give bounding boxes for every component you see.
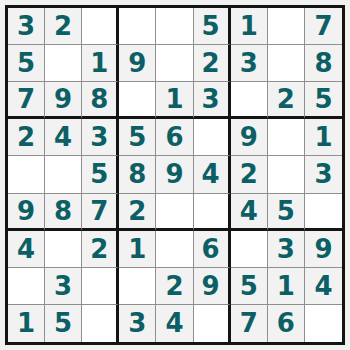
cell-r3c8[interactable]: 2 bbox=[268, 82, 305, 119]
cell-r8c3[interactable] bbox=[82, 268, 119, 305]
cell-r1c5[interactable] bbox=[156, 8, 193, 45]
cell-r4c2[interactable]: 4 bbox=[45, 119, 82, 156]
cell-r9c8[interactable]: 6 bbox=[268, 305, 305, 342]
cell-r1c3[interactable] bbox=[82, 8, 119, 45]
cell-r9c3[interactable] bbox=[82, 305, 119, 342]
cell-r1c6[interactable]: 5 bbox=[194, 8, 231, 45]
cell-r3c4[interactable] bbox=[119, 82, 156, 119]
cell-r8c6[interactable]: 9 bbox=[194, 268, 231, 305]
cell-r6c7[interactable]: 4 bbox=[231, 194, 268, 231]
cell-r7c6[interactable]: 6 bbox=[194, 231, 231, 268]
cell-r5c6[interactable]: 4 bbox=[194, 156, 231, 193]
cell-r9c2[interactable]: 5 bbox=[45, 305, 82, 342]
cell-r9c5[interactable]: 4 bbox=[156, 305, 193, 342]
cell-r2c3[interactable]: 1 bbox=[82, 45, 119, 82]
cell-r8c2[interactable]: 3 bbox=[45, 268, 82, 305]
cell-r2c2[interactable] bbox=[45, 45, 82, 82]
cell-r6c5[interactable] bbox=[156, 194, 193, 231]
cell-r5c1[interactable] bbox=[8, 156, 45, 193]
cell-r4c8[interactable] bbox=[268, 119, 305, 156]
cell-r3c7[interactable] bbox=[231, 82, 268, 119]
cell-r2c7[interactable]: 3 bbox=[231, 45, 268, 82]
cell-r6c4[interactable]: 2 bbox=[119, 194, 156, 231]
cell-r9c1[interactable]: 1 bbox=[8, 305, 45, 342]
cell-r1c1[interactable]: 3 bbox=[8, 8, 45, 45]
cell-r7c7[interactable] bbox=[231, 231, 268, 268]
cell-r5c2[interactable] bbox=[45, 156, 82, 193]
cell-r1c8[interactable] bbox=[268, 8, 305, 45]
cell-r5c4[interactable]: 8 bbox=[119, 156, 156, 193]
cell-r8c8[interactable]: 1 bbox=[268, 268, 305, 305]
cell-r7c4[interactable]: 1 bbox=[119, 231, 156, 268]
cell-r4c6[interactable] bbox=[194, 119, 231, 156]
cell-r2c4[interactable]: 9 bbox=[119, 45, 156, 82]
cell-r9c9[interactable] bbox=[305, 305, 342, 342]
cell-r7c5[interactable] bbox=[156, 231, 193, 268]
cell-r5c8[interactable] bbox=[268, 156, 305, 193]
cell-r9c6[interactable] bbox=[194, 305, 231, 342]
cell-r4c9[interactable]: 1 bbox=[305, 119, 342, 156]
cell-r9c4[interactable]: 3 bbox=[119, 305, 156, 342]
cell-r1c9[interactable]: 7 bbox=[305, 8, 342, 45]
cell-r4c3[interactable]: 3 bbox=[82, 119, 119, 156]
cell-r6c2[interactable]: 8 bbox=[45, 194, 82, 231]
cell-r6c3[interactable]: 7 bbox=[82, 194, 119, 231]
cell-r6c1[interactable]: 9 bbox=[8, 194, 45, 231]
cell-r6c8[interactable]: 5 bbox=[268, 194, 305, 231]
cell-r2c9[interactable]: 8 bbox=[305, 45, 342, 82]
cell-r9c7[interactable]: 7 bbox=[231, 305, 268, 342]
cell-r2c1[interactable]: 5 bbox=[8, 45, 45, 82]
cell-r7c3[interactable]: 2 bbox=[82, 231, 119, 268]
cell-r2c5[interactable] bbox=[156, 45, 193, 82]
cell-r3c3[interactable]: 8 bbox=[82, 82, 119, 119]
cell-r4c4[interactable]: 5 bbox=[119, 119, 156, 156]
cell-r7c8[interactable]: 3 bbox=[268, 231, 305, 268]
cell-r5c9[interactable]: 3 bbox=[305, 156, 342, 193]
cell-r5c3[interactable]: 5 bbox=[82, 156, 119, 193]
cell-r8c7[interactable]: 5 bbox=[231, 268, 268, 305]
cell-r6c6[interactable] bbox=[194, 194, 231, 231]
cell-r1c2[interactable]: 2 bbox=[45, 8, 82, 45]
cell-r2c6[interactable]: 2 bbox=[194, 45, 231, 82]
cell-r7c9[interactable]: 9 bbox=[305, 231, 342, 268]
cell-r1c4[interactable] bbox=[119, 8, 156, 45]
cell-r8c4[interactable] bbox=[119, 268, 156, 305]
cell-r3c5[interactable]: 1 bbox=[156, 82, 193, 119]
cell-r8c5[interactable]: 2 bbox=[156, 268, 193, 305]
cell-r8c1[interactable] bbox=[8, 268, 45, 305]
cell-r5c5[interactable]: 9 bbox=[156, 156, 193, 193]
cell-r4c1[interactable]: 2 bbox=[8, 119, 45, 156]
cell-r4c5[interactable]: 6 bbox=[156, 119, 193, 156]
cell-r7c2[interactable] bbox=[45, 231, 82, 268]
cell-r7c1[interactable]: 4 bbox=[8, 231, 45, 268]
cell-r2c8[interactable] bbox=[268, 45, 305, 82]
cell-r6c9[interactable] bbox=[305, 194, 342, 231]
cell-r8c9[interactable]: 4 bbox=[305, 268, 342, 305]
sudoku-board: 3251751923879813252435691589423987245421… bbox=[5, 5, 345, 345]
cell-r3c6[interactable]: 3 bbox=[194, 82, 231, 119]
cell-r3c9[interactable]: 5 bbox=[305, 82, 342, 119]
cell-r4c7[interactable]: 9 bbox=[231, 119, 268, 156]
cell-r3c2[interactable]: 9 bbox=[45, 82, 82, 119]
cell-r5c7[interactable]: 2 bbox=[231, 156, 268, 193]
cell-r3c1[interactable]: 7 bbox=[8, 82, 45, 119]
cell-r1c7[interactable]: 1 bbox=[231, 8, 268, 45]
